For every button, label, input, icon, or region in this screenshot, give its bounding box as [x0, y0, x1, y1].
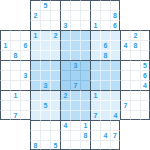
- sudoku-cell-r10c3[interactable]: [30, 100, 40, 110]
- sudoku-cell-r6c6[interactable]: [60, 60, 70, 70]
- sudoku-cell-r3c5[interactable]: 2: [50, 30, 60, 40]
- sudoku-cell-r12c8[interactable]: 1: [80, 120, 90, 130]
- sudoku-cell-r8c9[interactable]: [90, 80, 100, 90]
- sudoku-cell-r6c7[interactable]: 3: [70, 60, 80, 70]
- sudoku-cell-r11c14[interactable]: [140, 110, 150, 120]
- outside-area: [0, 140, 10, 150]
- sudoku-cell-r6c9[interactable]: [90, 60, 100, 70]
- sudoku-cell-r6c12[interactable]: [120, 60, 130, 70]
- sudoku-cell-r3c12[interactable]: [120, 30, 130, 40]
- outside-area: [20, 20, 30, 30]
- sudoku-cell-r0c7[interactable]: [70, 0, 80, 10]
- sudoku-cell-r10c6[interactable]: [60, 100, 70, 110]
- sudoku-cell-r13c10[interactable]: 4: [100, 130, 110, 140]
- sudoku-cell-r5c5[interactable]: [50, 50, 60, 60]
- sudoku-cell-r3c11[interactable]: [110, 30, 120, 40]
- given-digit: 4: [104, 132, 108, 139]
- sudoku-cell-r8c1[interactable]: [10, 80, 20, 90]
- sudoku-cell-r12c4[interactable]: [40, 120, 50, 130]
- outside-area: [120, 10, 130, 20]
- sudoku-cell-r0c5[interactable]: [50, 0, 60, 10]
- sudoku-cell-r4c8[interactable]: [80, 40, 90, 50]
- sudoku-cell-r10c13[interactable]: [130, 100, 140, 110]
- sudoku-cell-r7c0[interactable]: [0, 70, 10, 80]
- sudoku-cell-r0c11[interactable]: [110, 0, 120, 10]
- given-digit: 2: [34, 12, 38, 19]
- given-digit: 7: [113, 132, 117, 139]
- sudoku-cell-r0c6[interactable]: [60, 0, 70, 10]
- sudoku-cell-r3c13[interactable]: 2: [130, 30, 140, 40]
- sudoku-cell-r1c7[interactable]: [70, 10, 80, 20]
- sudoku-cell-r10c14[interactable]: [140, 100, 150, 110]
- sudoku-cell-r13c9[interactable]: [90, 130, 100, 140]
- given-digit: 1: [14, 92, 18, 99]
- sudoku-cell-r0c9[interactable]: [90, 0, 100, 10]
- sudoku-cell-r1c3[interactable]: 2: [30, 10, 40, 20]
- sudoku-cell-r7c6[interactable]: [60, 70, 70, 80]
- sudoku-cell-r9c12[interactable]: [120, 90, 130, 100]
- sudoku-cell-r14c7[interactable]: [70, 140, 80, 150]
- sudoku-cell-r11c1[interactable]: 7: [10, 110, 20, 120]
- sudoku-cell-r9c2[interactable]: [20, 90, 30, 100]
- sudoku-cell-r14c6[interactable]: [60, 140, 70, 150]
- sudoku-cell-r11c5[interactable]: [50, 110, 60, 120]
- outside-area: [10, 20, 20, 30]
- outside-area: [130, 120, 140, 130]
- sudoku-cell-r7c14[interactable]: 6: [140, 70, 150, 80]
- given-digit: 7: [124, 102, 128, 109]
- sudoku-cell-r11c10[interactable]: [100, 110, 110, 120]
- sudoku-cell-r6c5[interactable]: [50, 60, 60, 70]
- outside-area: [20, 130, 30, 140]
- sudoku-cell-r1c9[interactable]: [90, 10, 100, 20]
- outside-area: [130, 20, 140, 30]
- given-digit: 4: [124, 42, 128, 49]
- sudoku-cell-r0c4[interactable]: 5: [40, 0, 50, 10]
- sudoku-cell-r0c3[interactable]: [30, 0, 40, 10]
- given-digit: 3: [44, 82, 48, 89]
- sudoku-cell-r3c7[interactable]: [70, 30, 80, 40]
- outside-area: [10, 120, 20, 130]
- given-digit: 1: [94, 22, 98, 29]
- sudoku-cell-r8c5[interactable]: [50, 80, 60, 90]
- sudoku-cell-r2c4[interactable]: [40, 20, 50, 30]
- sudoku-cell-r14c5[interactable]: 5: [50, 140, 60, 150]
- given-digit: 4: [143, 82, 147, 89]
- sudoku-cell-r6c11[interactable]: [110, 60, 120, 70]
- sudoku-cell-r3c9[interactable]: [90, 30, 100, 40]
- sudoku-cell-r6c0[interactable]: [0, 60, 10, 70]
- sudoku-cell-r7c10[interactable]: [100, 70, 110, 80]
- sudoku-cell-r4c12[interactable]: 4: [120, 40, 130, 50]
- sudoku-cell-r4c14[interactable]: [140, 40, 150, 50]
- sudoku-cell-r2c7[interactable]: [70, 20, 80, 30]
- sudoku-cell-r11c0[interactable]: [0, 110, 10, 120]
- sudoku-cell-r10c2[interactable]: [20, 100, 30, 110]
- sudoku-cell-r13c4[interactable]: [40, 130, 50, 140]
- sudoku-cell-r11c13[interactable]: [130, 110, 140, 120]
- given-digit: 8: [104, 52, 108, 59]
- sudoku-cell-r2c9[interactable]: 1: [90, 20, 100, 30]
- sudoku-cell-r5c1[interactable]: 8: [10, 50, 20, 60]
- outside-area: [140, 130, 150, 140]
- sudoku-cell-r11c6[interactable]: [60, 110, 70, 120]
- outside-area: [10, 0, 20, 10]
- sudoku-cell-r1c4[interactable]: [40, 10, 50, 20]
- sudoku-cell-r4c10[interactable]: 6: [100, 40, 110, 50]
- sudoku-cell-r8c0[interactable]: [0, 80, 10, 90]
- sudoku-cell-r12c5[interactable]: [50, 120, 60, 130]
- outside-area: [130, 0, 140, 10]
- sudoku-cell-r1c5[interactable]: [50, 10, 60, 20]
- sudoku-cell-r4c11[interactable]: [110, 40, 120, 50]
- sudoku-cell-r8c13[interactable]: [130, 80, 140, 90]
- sudoku-cell-r6c2[interactable]: [20, 60, 30, 70]
- sudoku-cell-r8c11[interactable]: [110, 80, 120, 90]
- sudoku-cell-r11c4[interactable]: [40, 110, 50, 120]
- sudoku-cell-r3c2[interactable]: [20, 30, 30, 40]
- sudoku-cell-r10c7[interactable]: [70, 100, 80, 110]
- sudoku-cell-r12c6[interactable]: 4: [60, 120, 70, 130]
- sudoku-cell-r3c8[interactable]: [80, 30, 90, 40]
- outside-area: [0, 120, 10, 130]
- sudoku-cell-r9c4[interactable]: [40, 90, 50, 100]
- sudoku-cell-r3c0[interactable]: [0, 30, 10, 40]
- outside-area: [140, 20, 150, 30]
- given-digit: 3: [24, 72, 28, 79]
- given-digit: 5: [44, 2, 48, 9]
- sudoku-cell-r9c13[interactable]: [130, 90, 140, 100]
- sudoku-cell-r10c12[interactable]: 7: [120, 100, 130, 110]
- sudoku-cell-r6c8[interactable]: [80, 60, 90, 70]
- outside-area: [140, 120, 150, 130]
- sudoku-cell-r5c4[interactable]: [40, 50, 50, 60]
- given-digit: 7: [74, 82, 78, 89]
- outside-area: [0, 130, 10, 140]
- given-digit: 6: [113, 22, 117, 29]
- sudoku-cell-r3c3[interactable]: 1: [30, 30, 40, 40]
- sudoku-cell-r8c7[interactable]: 7: [70, 80, 80, 90]
- given-digit: 6: [104, 42, 108, 49]
- sudoku-cell-r12c3[interactable]: [30, 120, 40, 130]
- sudoku-cell-r9c8[interactable]: [80, 90, 90, 100]
- sudoku-cell-r5c14[interactable]: [140, 50, 150, 60]
- sudoku-cell-r12c10[interactable]: [100, 120, 110, 130]
- given-digit: 4: [114, 112, 118, 119]
- sudoku-cell-r8c2[interactable]: [20, 80, 30, 90]
- sudoku-cell-r10c1[interactable]: [10, 100, 20, 110]
- sudoku-cell-r2c3[interactable]: [30, 20, 40, 30]
- sudoku-cell-r8c14[interactable]: 4: [140, 80, 150, 90]
- sudoku-board: 52831612216648883536374121577744184785: [0, 0, 150, 150]
- sudoku-cell-r5c11[interactable]: [110, 50, 120, 60]
- given-digit: 7: [94, 112, 98, 119]
- given-digit: 8: [134, 42, 138, 49]
- sudoku-cell-r5c0[interactable]: [0, 50, 10, 60]
- given-digit: 5: [44, 102, 48, 109]
- sudoku-cell-r9c10[interactable]: [100, 90, 110, 100]
- given-digit: 3: [64, 22, 68, 29]
- sudoku-cell-r2c10[interactable]: [100, 20, 110, 30]
- sudoku-cell-r5c3[interactable]: [30, 50, 40, 60]
- sudoku-cell-r11c2[interactable]: [20, 110, 30, 120]
- outside-area: [140, 10, 150, 20]
- sudoku-cell-r10c8[interactable]: [80, 100, 90, 110]
- outside-area: [120, 140, 130, 150]
- sudoku-cell-r9c11[interactable]: [110, 90, 120, 100]
- sudoku-cell-r5c8[interactable]: [80, 50, 90, 60]
- sudoku-cell-r13c11[interactable]: 7: [110, 130, 120, 140]
- sudoku-cell-r13c6[interactable]: [60, 130, 70, 140]
- sudoku-cell-r9c6[interactable]: 2: [60, 90, 70, 100]
- sudoku-cell-r8c10[interactable]: [100, 80, 110, 90]
- sudoku-cell-r12c11[interactable]: [110, 120, 120, 130]
- sudoku-cell-r8c12[interactable]: [120, 80, 130, 90]
- sudoku-cell-r9c0[interactable]: [0, 90, 10, 100]
- outside-area: [120, 0, 130, 10]
- sudoku-cell-r9c14[interactable]: [140, 90, 150, 100]
- outside-area: [140, 0, 150, 10]
- sudoku-cell-r4c2[interactable]: 6: [20, 40, 30, 50]
- sudoku-cell-r14c11[interactable]: [110, 140, 120, 150]
- sudoku-cell-r3c1[interactable]: [10, 30, 20, 40]
- given-digit: 8: [113, 12, 117, 19]
- outside-area: [10, 130, 20, 140]
- sudoku-cell-r5c13[interactable]: [130, 50, 140, 60]
- sudoku-cell-r14c3[interactable]: 8: [30, 140, 40, 150]
- sudoku-cell-r11c7[interactable]: [70, 110, 80, 120]
- sudoku-cell-r13c8[interactable]: 8: [80, 130, 90, 140]
- sudoku-cell-r4c4[interactable]: [40, 40, 50, 50]
- given-digit: 5: [54, 142, 58, 149]
- sudoku-cell-r4c7[interactable]: [70, 40, 80, 50]
- sudoku-cell-r0c10[interactable]: [100, 0, 110, 10]
- sudoku-cell-r4c6[interactable]: [60, 40, 70, 50]
- outside-area: [0, 20, 10, 30]
- sudoku-cell-r14c10[interactable]: [100, 140, 110, 150]
- sudoku-cell-r13c5[interactable]: [50, 130, 60, 140]
- sudoku-cell-r2c6[interactable]: 3: [60, 20, 70, 30]
- sudoku-cell-r8c6[interactable]: [60, 80, 70, 90]
- sudoku-cell-r10c0[interactable]: [0, 100, 10, 110]
- sudoku-cell-r9c3[interactable]: [30, 90, 40, 100]
- given-digit: 8: [34, 142, 38, 149]
- given-digit: 5: [143, 62, 147, 69]
- sudoku-cell-r8c3[interactable]: [30, 80, 40, 90]
- outside-area: [130, 140, 140, 150]
- outside-area: [120, 130, 130, 140]
- sudoku-cell-r5c10[interactable]: 8: [100, 50, 110, 60]
- outside-area: [20, 10, 30, 20]
- outside-area: [10, 140, 20, 150]
- sudoku-cell-r9c1[interactable]: 1: [10, 90, 20, 100]
- given-digit: 7: [14, 112, 18, 119]
- sudoku-cell-r11c12[interactable]: [120, 110, 130, 120]
- sudoku-cell-r10c10[interactable]: [100, 100, 110, 110]
- sudoku-cell-r6c4[interactable]: [40, 60, 50, 70]
- given-digit: 1: [84, 122, 88, 129]
- outside-area: [130, 130, 140, 140]
- outside-area: [10, 10, 20, 20]
- given-digit: 2: [64, 92, 68, 99]
- sudoku-cell-r10c11[interactable]: [110, 100, 120, 110]
- given-digit: 8: [84, 132, 88, 139]
- sudoku-cell-r10c5[interactable]: [50, 100, 60, 110]
- given-digit: 8: [14, 52, 18, 59]
- sudoku-cell-r4c3[interactable]: [30, 40, 40, 50]
- sudoku-cell-r3c4[interactable]: [40, 30, 50, 40]
- given-digit: 3: [74, 62, 78, 69]
- sudoku-cell-r5c9[interactable]: [90, 50, 100, 60]
- given-digit: 1: [4, 42, 8, 49]
- sudoku-cell-r7c7[interactable]: [70, 70, 80, 80]
- sudoku-cell-r1c10[interactable]: [100, 10, 110, 20]
- sudoku-cell-r1c6[interactable]: [60, 10, 70, 20]
- sudoku-cell-r12c7[interactable]: [70, 120, 80, 130]
- sudoku-cell-r13c3[interactable]: [30, 130, 40, 140]
- sudoku-cell-r7c11[interactable]: [110, 70, 120, 80]
- given-digit: 2: [54, 32, 58, 39]
- outside-area: [20, 0, 30, 10]
- given-digit: 4: [64, 122, 68, 129]
- sudoku-cell-r5c6[interactable]: [60, 50, 70, 60]
- sudoku-cell-r3c6[interactable]: [60, 30, 70, 40]
- sudoku-cell-r6c1[interactable]: [10, 60, 20, 70]
- sudoku-cell-r6c13[interactable]: [130, 60, 140, 70]
- given-digit: 6: [143, 72, 147, 79]
- sudoku-cell-r7c9[interactable]: [90, 70, 100, 80]
- sudoku-cell-r7c12[interactable]: [120, 70, 130, 80]
- outside-area: [120, 20, 130, 30]
- sudoku-cell-r14c9[interactable]: [90, 140, 100, 150]
- sudoku-cell-r12c9[interactable]: [90, 120, 100, 130]
- sudoku-cell-r9c9[interactable]: 1: [90, 90, 100, 100]
- sudoku-cell-r8c4[interactable]: 3: [40, 80, 50, 90]
- sudoku-cell-r2c8[interactable]: [80, 20, 90, 30]
- sudoku-cell-r14c8[interactable]: [80, 140, 90, 150]
- sudoku-cell-r9c7[interactable]: [70, 90, 80, 100]
- sudoku-cell-r6c14[interactable]: 5: [140, 60, 150, 70]
- outside-area: [20, 140, 30, 150]
- sudoku-cell-r5c2[interactable]: [20, 50, 30, 60]
- sudoku-cell-r6c10[interactable]: [100, 60, 110, 70]
- sudoku-cell-r14c4[interactable]: [40, 140, 50, 150]
- sudoku-cell-r4c13[interactable]: 8: [130, 40, 140, 50]
- sudoku-cell-r4c1[interactable]: [10, 40, 20, 50]
- sudoku-cell-r5c12[interactable]: [120, 50, 130, 60]
- sudoku-cell-r3c14[interactable]: [140, 30, 150, 40]
- outside-area: [0, 0, 10, 10]
- sudoku-cell-r8c8[interactable]: [80, 80, 90, 90]
- sudoku-cell-r6c3[interactable]: [30, 60, 40, 70]
- sudoku-cell-r7c3[interactable]: [30, 70, 40, 80]
- sudoku-cell-r11c9[interactable]: 7: [90, 110, 100, 120]
- sudoku-cell-r0c8[interactable]: [80, 0, 90, 10]
- given-digit: 6: [24, 42, 28, 49]
- sudoku-cell-r2c5[interactable]: [50, 20, 60, 30]
- sudoku-cell-r2c11[interactable]: 6: [110, 20, 120, 30]
- sudoku-cell-r1c8[interactable]: [80, 10, 90, 20]
- sudoku-cell-r11c8[interactable]: [80, 110, 90, 120]
- sudoku-cell-r11c3[interactable]: [30, 110, 40, 120]
- sudoku-cell-r1c11[interactable]: 8: [110, 10, 120, 20]
- outside-area: [120, 120, 130, 130]
- given-digit: 1: [94, 92, 98, 99]
- sudoku-cell-r7c4[interactable]: [40, 70, 50, 80]
- sudoku-cell-r5c7[interactable]: [70, 50, 80, 60]
- sudoku-cell-r13c7[interactable]: [70, 130, 80, 140]
- outside-area: [140, 140, 150, 150]
- sudoku-cell-r7c8[interactable]: [80, 70, 90, 80]
- sudoku-cell-r11c11[interactable]: 4: [110, 110, 120, 120]
- sudoku-cell-r3c10[interactable]: [100, 30, 110, 40]
- sudoku-cell-r4c5[interactable]: [50, 40, 60, 50]
- sudoku-cell-r7c13[interactable]: [130, 70, 140, 80]
- sudoku-cell-r7c2[interactable]: 3: [20, 70, 30, 80]
- sudoku-cell-r10c4[interactable]: 5: [40, 100, 50, 110]
- sudoku-cell-r4c0[interactable]: 1: [0, 40, 10, 50]
- outside-area: [130, 10, 140, 20]
- sudoku-cell-r4c9[interactable]: [90, 40, 100, 50]
- outside-area: [0, 10, 10, 20]
- outside-area: [20, 120, 30, 130]
- given-digit: 1: [34, 32, 38, 39]
- sudoku-cell-r9c5[interactable]: [50, 90, 60, 100]
- sudoku-cell-r10c9[interactable]: [90, 100, 100, 110]
- sudoku-cell-r7c1[interactable]: [10, 70, 20, 80]
- sudoku-cell-r7c5[interactable]: [50, 70, 60, 80]
- given-digit: 2: [134, 32, 138, 39]
